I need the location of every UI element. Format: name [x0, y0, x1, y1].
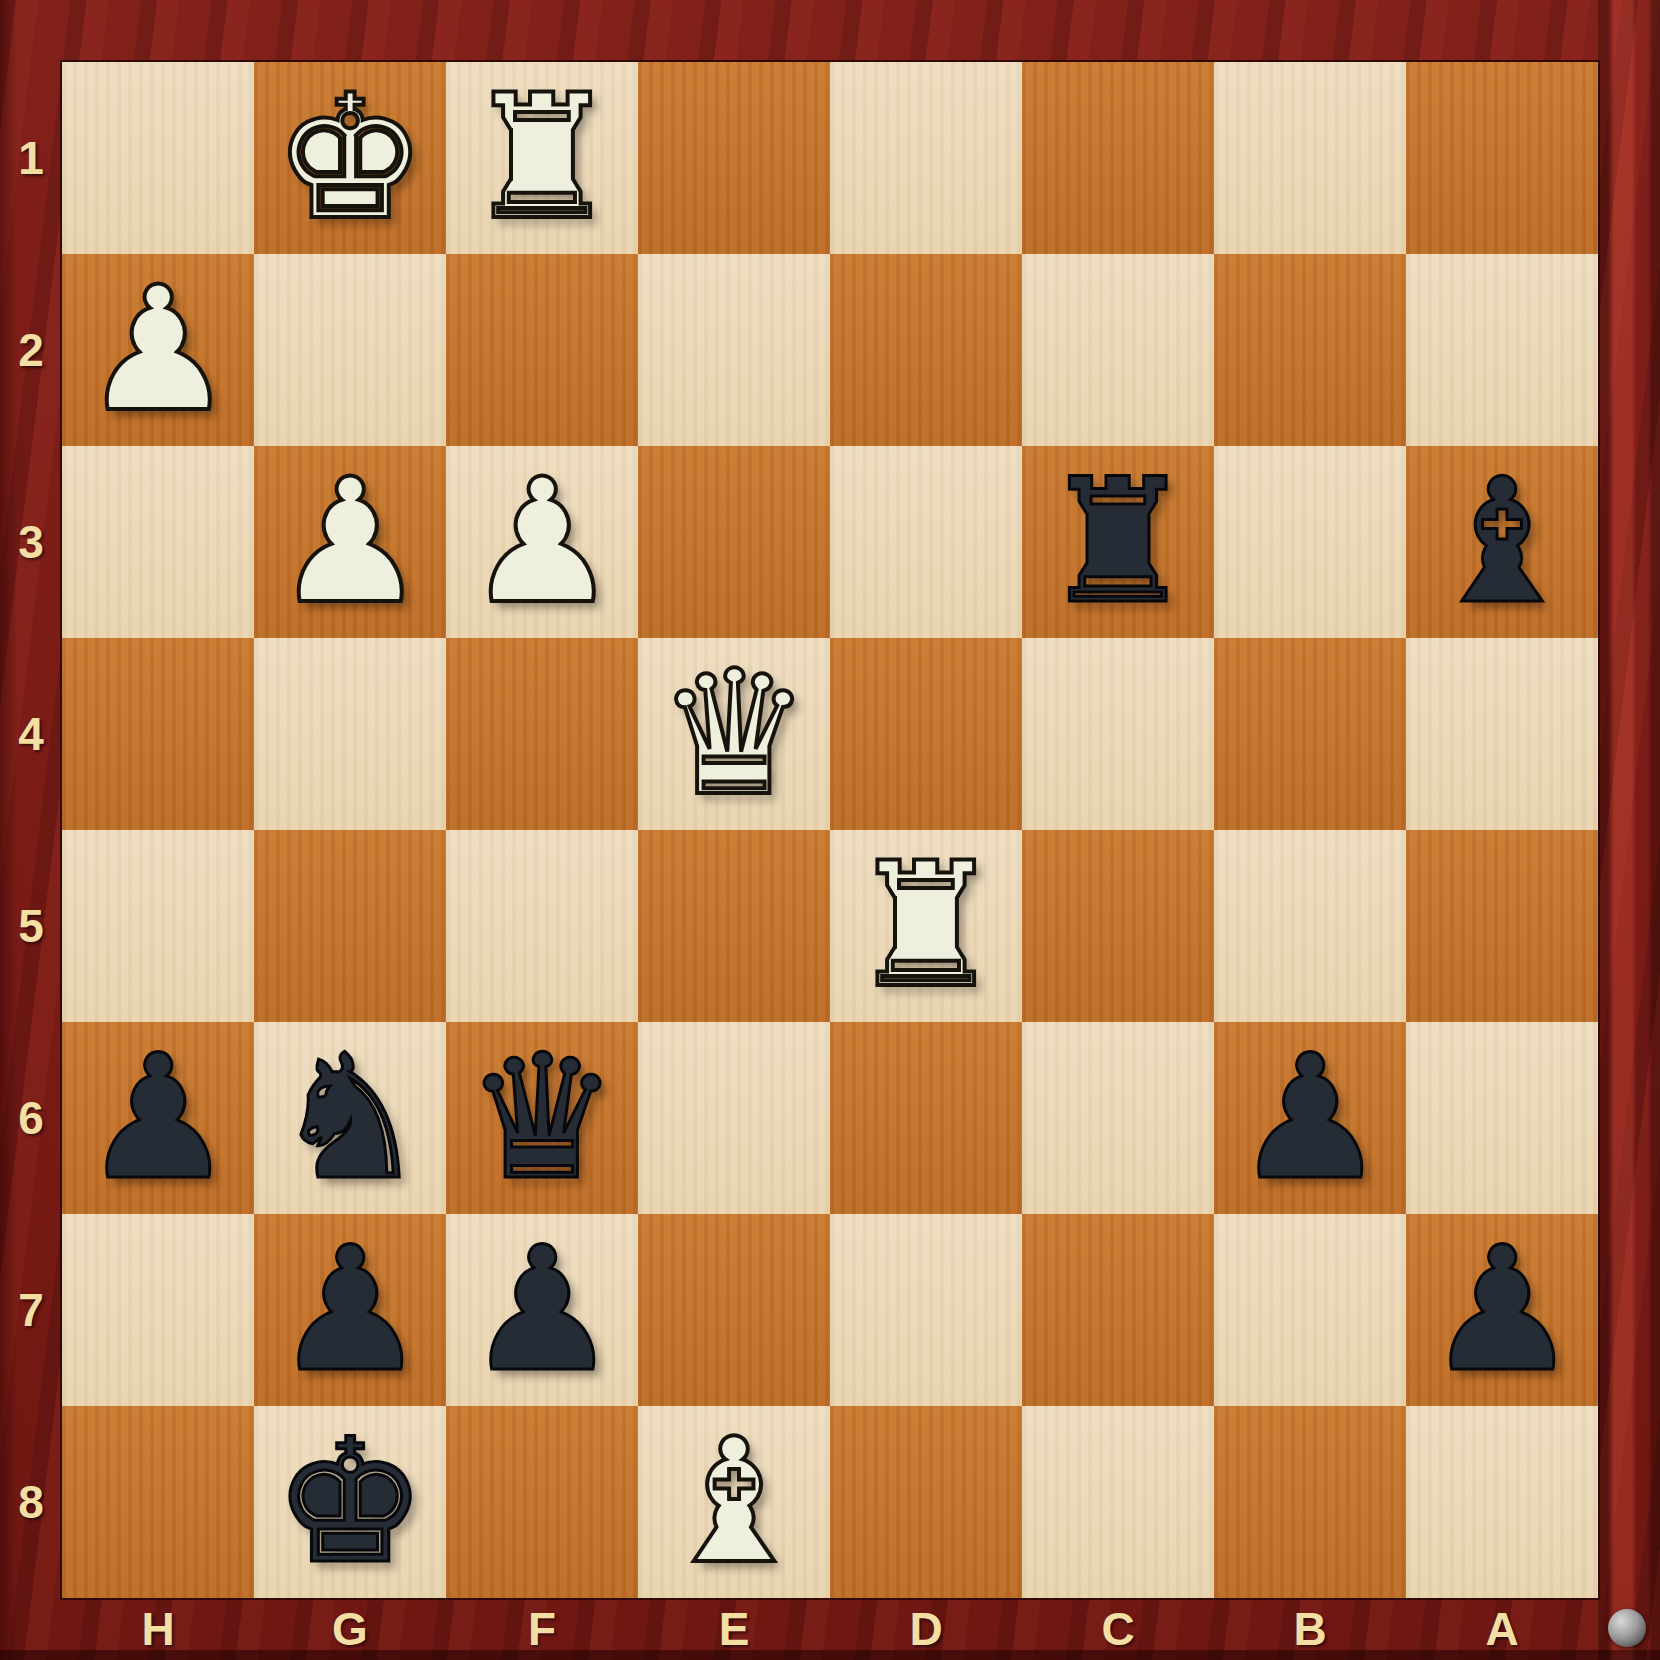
corner-ball-decoration — [1608, 1609, 1646, 1647]
square-b2[interactable] — [1214, 254, 1406, 446]
square-e3[interactable] — [638, 446, 830, 638]
square-g6[interactable]: ♞ — [254, 1022, 446, 1214]
rank-label-4: 4 — [0, 638, 62, 830]
file-label-g: G — [254, 1598, 446, 1660]
square-c7[interactable] — [1022, 1214, 1214, 1406]
file-label-e: E — [638, 1598, 830, 1660]
square-f6[interactable]: ♛ — [446, 1022, 638, 1214]
square-f4[interactable] — [446, 638, 638, 830]
file-label-c: C — [1022, 1598, 1214, 1660]
square-e7[interactable] — [638, 1214, 830, 1406]
square-h7[interactable] — [62, 1214, 254, 1406]
square-h5[interactable] — [62, 830, 254, 1022]
square-d8[interactable] — [830, 1406, 1022, 1598]
square-f2[interactable] — [446, 254, 638, 446]
rank-label-1: 1 — [0, 62, 62, 254]
rank-label-8: 8 — [0, 1406, 62, 1598]
square-f3[interactable]: ♟ — [446, 446, 638, 638]
square-c5[interactable] — [1022, 830, 1214, 1022]
white-queen-e4[interactable]: ♛ — [657, 638, 811, 830]
rank-label-2: 2 — [0, 254, 62, 446]
white-king-g1[interactable]: ♚ — [273, 62, 427, 254]
square-f5[interactable] — [446, 830, 638, 1022]
black-king-g8[interactable]: ♚ — [273, 1406, 427, 1598]
square-b1[interactable] — [1214, 62, 1406, 254]
square-g8[interactable]: ♚ — [254, 1406, 446, 1598]
square-h3[interactable] — [62, 446, 254, 638]
square-g4[interactable] — [254, 638, 446, 830]
square-e2[interactable] — [638, 254, 830, 446]
file-label-f: F — [446, 1598, 638, 1660]
square-e6[interactable] — [638, 1022, 830, 1214]
square-d1[interactable] — [830, 62, 1022, 254]
square-g7[interactable]: ♟ — [254, 1214, 446, 1406]
square-f8[interactable] — [446, 1406, 638, 1598]
square-c2[interactable] — [1022, 254, 1214, 446]
square-a7[interactable]: ♟ — [1406, 1214, 1598, 1406]
white-pawn-g3[interactable]: ♟ — [273, 446, 427, 638]
white-rook-d5[interactable]: ♜ — [849, 830, 1003, 1022]
black-pawn-h6[interactable]: ♟ — [81, 1022, 235, 1214]
white-bishop-e8[interactable]: ♝ — [657, 1406, 811, 1598]
square-e5[interactable] — [638, 830, 830, 1022]
square-d4[interactable] — [830, 638, 1022, 830]
black-knight-g6[interactable]: ♞ — [273, 1022, 427, 1214]
black-rook-c3[interactable]: ♜ — [1041, 446, 1195, 638]
file-label-d: D — [830, 1598, 1022, 1660]
square-a2[interactable] — [1406, 254, 1598, 446]
square-h4[interactable] — [62, 638, 254, 830]
black-pawn-b6[interactable]: ♟ — [1233, 1022, 1387, 1214]
black-bishop-a3[interactable]: ♝ — [1425, 446, 1579, 638]
square-b8[interactable] — [1214, 1406, 1406, 1598]
square-c6[interactable] — [1022, 1022, 1214, 1214]
file-label-h: H — [62, 1598, 254, 1660]
white-rook-f1[interactable]: ♜ — [465, 62, 619, 254]
frame-right-bevel — [1598, 0, 1660, 1660]
white-pawn-h2[interactable]: ♟ — [81, 254, 235, 446]
square-a5[interactable] — [1406, 830, 1598, 1022]
square-g1[interactable]: ♚ — [254, 62, 446, 254]
square-a3[interactable]: ♝ — [1406, 446, 1598, 638]
rank-label-6: 6 — [0, 1022, 62, 1214]
square-a8[interactable] — [1406, 1406, 1598, 1598]
rank-label-3: 3 — [0, 446, 62, 638]
square-g3[interactable]: ♟ — [254, 446, 446, 638]
square-b7[interactable] — [1214, 1214, 1406, 1406]
square-d7[interactable] — [830, 1214, 1022, 1406]
square-d2[interactable] — [830, 254, 1022, 446]
black-pawn-g7[interactable]: ♟ — [273, 1214, 427, 1406]
black-pawn-a7[interactable]: ♟ — [1425, 1214, 1579, 1406]
square-h6[interactable]: ♟ — [62, 1022, 254, 1214]
square-a6[interactable] — [1406, 1022, 1598, 1214]
rank-label-5: 5 — [0, 830, 62, 1022]
square-c4[interactable] — [1022, 638, 1214, 830]
square-b4[interactable] — [1214, 638, 1406, 830]
square-d5[interactable]: ♜ — [830, 830, 1022, 1022]
square-g2[interactable] — [254, 254, 446, 446]
square-d6[interactable] — [830, 1022, 1022, 1214]
square-b5[interactable] — [1214, 830, 1406, 1022]
chess-board: ♚♜♟♟♟♜♝♛♜♟♞♛♟♟♟♟♚♝ — [62, 62, 1598, 1598]
square-b3[interactable] — [1214, 446, 1406, 638]
file-label-a: A — [1406, 1598, 1598, 1660]
square-d3[interactable] — [830, 446, 1022, 638]
square-f1[interactable]: ♜ — [446, 62, 638, 254]
square-b6[interactable]: ♟ — [1214, 1022, 1406, 1214]
square-a1[interactable] — [1406, 62, 1598, 254]
square-h1[interactable] — [62, 62, 254, 254]
square-g5[interactable] — [254, 830, 446, 1022]
file-label-b: B — [1214, 1598, 1406, 1660]
board-frame: ♚♜♟♟♟♜♝♛♜♟♞♛♟♟♟♟♚♝ 12345678 HGFEDCBA — [0, 0, 1660, 1660]
black-queen-f6[interactable]: ♛ — [465, 1022, 619, 1214]
square-e1[interactable] — [638, 62, 830, 254]
white-pawn-f3[interactable]: ♟ — [465, 446, 619, 638]
square-f7[interactable]: ♟ — [446, 1214, 638, 1406]
square-h2[interactable]: ♟ — [62, 254, 254, 446]
square-e4[interactable]: ♛ — [638, 638, 830, 830]
square-c3[interactable]: ♜ — [1022, 446, 1214, 638]
square-c1[interactable] — [1022, 62, 1214, 254]
square-c8[interactable] — [1022, 1406, 1214, 1598]
file-labels: HGFEDCBA — [62, 1598, 1598, 1660]
square-h8[interactable] — [62, 1406, 254, 1598]
square-e8[interactable]: ♝ — [638, 1406, 830, 1598]
rank-labels: 12345678 — [0, 62, 62, 1598]
black-pawn-f7[interactable]: ♟ — [465, 1214, 619, 1406]
square-a4[interactable] — [1406, 638, 1598, 830]
rank-label-7: 7 — [0, 1214, 62, 1406]
